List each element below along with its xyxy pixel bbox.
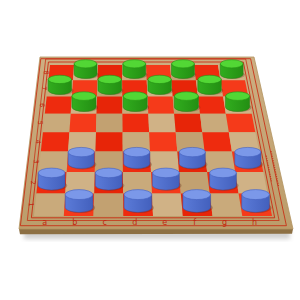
- rank-label-5: 5: [36, 121, 44, 125]
- file-label-d: d: [132, 218, 137, 227]
- piece-blue-c2[interactable]: [95, 168, 124, 191]
- square-f5[interactable]: [174, 114, 202, 132]
- piece-blue-h3[interactable]: [235, 147, 263, 169]
- square-h5[interactable]: [226, 114, 256, 132]
- rank-label-6: 6: [38, 103, 46, 107]
- checkers-board-photo: abcdefgh12345678: [0, 0, 300, 300]
- piece-green-d6[interactable]: [123, 92, 149, 112]
- square-c5[interactable]: [96, 114, 123, 132]
- board: abcdefgh12345678: [0, 0, 300, 300]
- file-label-h: h: [252, 218, 257, 227]
- board-edge: [19, 229, 293, 234]
- piece-green-f8[interactable]: [172, 60, 197, 79]
- piece-blue-h1[interactable]: [242, 190, 272, 213]
- square-a5[interactable]: [43, 114, 71, 132]
- piece-green-b6[interactable]: [72, 92, 98, 112]
- square-a4[interactable]: [41, 132, 70, 151]
- file-label-b: b: [72, 218, 77, 227]
- piece-blue-d3[interactable]: [124, 147, 152, 169]
- piece-blue-e2[interactable]: [152, 168, 181, 191]
- piece-green-g7[interactable]: [198, 75, 223, 95]
- piece-green-h6[interactable]: [226, 92, 252, 112]
- rank-label-3: 3: [32, 160, 40, 164]
- square-b5[interactable]: [69, 114, 96, 132]
- piece-blue-b1[interactable]: [65, 190, 95, 213]
- file-label-c: c: [102, 218, 106, 227]
- rank-label-4: 4: [34, 140, 42, 144]
- file-label-f: f: [193, 218, 196, 227]
- piece-blue-d1[interactable]: [124, 190, 154, 213]
- square-c6[interactable]: [97, 97, 123, 114]
- piece-green-c7[interactable]: [98, 75, 123, 95]
- square-e6[interactable]: [148, 97, 175, 114]
- square-c1[interactable]: [94, 194, 124, 217]
- square-g1[interactable]: [210, 194, 243, 217]
- piece-green-f6[interactable]: [174, 92, 200, 112]
- square-a1[interactable]: [34, 194, 65, 217]
- piece-blue-g2[interactable]: [210, 168, 239, 191]
- square-e5[interactable]: [148, 114, 175, 132]
- piece-green-b8[interactable]: [74, 60, 99, 79]
- rank-label-7: 7: [40, 86, 48, 90]
- file-label-e: e: [162, 218, 167, 227]
- piece-green-d8[interactable]: [123, 60, 148, 79]
- square-e1[interactable]: [152, 194, 183, 217]
- piece-blue-b3[interactable]: [68, 147, 96, 169]
- file-label-a: a: [42, 218, 47, 227]
- file-label-g: g: [222, 218, 227, 227]
- square-g4[interactable]: [202, 132, 232, 151]
- square-c4[interactable]: [95, 132, 122, 151]
- rank-label-1: 1: [27, 203, 35, 207]
- square-e4[interactable]: [149, 132, 177, 151]
- square-d5[interactable]: [122, 114, 149, 132]
- piece-blue-f1[interactable]: [183, 190, 213, 213]
- piece-green-h8[interactable]: [220, 60, 245, 79]
- square-g5[interactable]: [200, 114, 229, 132]
- square-a6[interactable]: [45, 97, 72, 114]
- square-g6[interactable]: [198, 97, 226, 114]
- piece-blue-f3[interactable]: [179, 147, 207, 169]
- piece-blue-a2[interactable]: [38, 168, 67, 191]
- rank-label-2: 2: [29, 181, 37, 185]
- piece-green-e7[interactable]: [148, 75, 173, 95]
- piece-green-a7[interactable]: [48, 75, 73, 95]
- rank-label-8: 8: [42, 70, 50, 74]
